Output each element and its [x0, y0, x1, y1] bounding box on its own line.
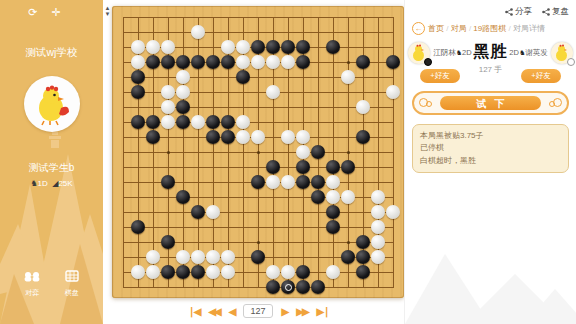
black-stone[interactable]	[176, 55, 190, 69]
black-stone[interactable]	[311, 280, 325, 294]
control-back-1[interactable]: ◀	[229, 306, 235, 317]
black-stone[interactable]	[176, 100, 190, 114]
white-stone[interactable]	[206, 250, 220, 264]
move-number-badge[interactable]: 127	[243, 304, 272, 318]
black-stone[interactable]	[146, 55, 160, 69]
board-icon	[65, 270, 79, 282]
white-stone[interactable]	[176, 85, 190, 99]
white-stone[interactable]	[191, 115, 205, 129]
chicken-illustration	[30, 82, 74, 126]
black-stone[interactable]	[176, 265, 190, 279]
black-stone[interactable]	[311, 175, 325, 189]
players-row: 江阴林♞2D +好友 黑胜 127 手 2D♞谢英发	[412, 42, 569, 83]
white-stone[interactable]	[251, 130, 265, 144]
white-stone[interactable]	[236, 130, 250, 144]
white-stone[interactable]	[131, 40, 145, 54]
white-stone[interactable]	[371, 190, 385, 204]
white-stone[interactable]	[296, 130, 310, 144]
add-friend-white-button[interactable]: +好友	[521, 69, 560, 83]
white-stone[interactable]	[131, 55, 145, 69]
white-stone[interactable]	[236, 115, 250, 129]
sidebar-item-duiyi[interactable]: 对弈	[24, 268, 40, 298]
share-button[interactable]: 分享	[505, 6, 532, 18]
splitter-grip-icon[interactable]: ▲▼	[104, 5, 111, 17]
white-stone[interactable]	[281, 265, 295, 279]
rank-value: 1D	[38, 179, 48, 188]
star-point	[347, 151, 350, 154]
share-icon	[505, 8, 513, 16]
white-stone[interactable]	[266, 175, 280, 189]
black-stone[interactable]	[296, 175, 310, 189]
star-point	[167, 151, 170, 154]
black-stone[interactable]	[161, 55, 175, 69]
black-stone[interactable]	[221, 55, 235, 69]
black-stone[interactable]	[326, 220, 340, 234]
playback-controls: ❘◀◀◀◀127▶▶▶▶❘	[112, 301, 404, 321]
black-stone[interactable]	[296, 265, 310, 279]
try-move-button[interactable]: 试下	[440, 96, 541, 110]
white-stone[interactable]	[146, 40, 160, 54]
white-stone[interactable]	[161, 115, 175, 129]
white-stone[interactable]	[206, 265, 220, 279]
student-avatar[interactable]	[24, 76, 80, 132]
white-player: 2D♞谢英发 +好友	[513, 42, 569, 83]
black-stone[interactable]	[296, 160, 310, 174]
right-mountain-artwork	[405, 234, 576, 324]
black-stone[interactable]	[281, 280, 295, 294]
black-stone[interactable]	[161, 265, 175, 279]
cloud-ornament-right	[548, 97, 562, 109]
black-stone[interactable]	[131, 115, 145, 129]
white-stone[interactable]	[281, 130, 295, 144]
black-stone[interactable]	[266, 40, 280, 54]
black-stone[interactable]	[356, 235, 370, 249]
control-back-10[interactable]: ◀◀	[208, 306, 219, 317]
move-icon[interactable]: ✛	[52, 6, 75, 18]
white-stone[interactable]	[221, 250, 235, 264]
black-stone[interactable]	[131, 220, 145, 234]
black-stone[interactable]	[206, 55, 220, 69]
white-stone[interactable]	[146, 250, 160, 264]
review-label: 复盘	[552, 6, 569, 18]
white-stone[interactable]	[371, 250, 385, 264]
breadcrumb-item[interactable]: 对局	[451, 24, 467, 33]
white-stone[interactable]	[266, 55, 280, 69]
review-share-icon	[542, 8, 550, 16]
white-player-avatar[interactable]	[551, 42, 573, 64]
breadcrumb: ← 首页 / 对局 / 19路围棋 / 对局详情	[412, 22, 569, 35]
white-stone[interactable]	[371, 235, 385, 249]
cloud-ornament-left	[419, 97, 433, 109]
white-stone-badge	[567, 58, 575, 66]
try-move-bar: 试下	[412, 91, 569, 115]
app-window: ⟳✛ 测试wj学校 测试学生b ♞1D ◢25K	[0, 0, 576, 324]
black-player: 江阴林♞2D +好友	[412, 42, 468, 83]
black-stone[interactable]	[266, 280, 280, 294]
white-stone[interactable]	[206, 205, 220, 219]
black-player-name: 江阴林♞2D	[433, 48, 471, 58]
black-stone[interactable]	[311, 190, 325, 204]
black-stone[interactable]	[161, 175, 175, 189]
black-stone[interactable]	[356, 265, 370, 279]
white-stone[interactable]	[386, 205, 400, 219]
black-stone[interactable]	[296, 40, 310, 54]
black-stone[interactable]	[191, 205, 205, 219]
black-stone[interactable]	[341, 250, 355, 264]
right-panel: 分享 复盘 ← 首页 / 对局 / 19路围棋 / 对局详情	[404, 0, 576, 324]
white-stone[interactable]	[281, 175, 295, 189]
panel-splitter[interactable]: ▲▼	[103, 0, 112, 324]
add-friend-black-button[interactable]: +好友	[420, 69, 459, 83]
white-stone[interactable]	[326, 265, 340, 279]
white-stone[interactable]	[251, 55, 265, 69]
game-info-box: 本局黑被贴3.75子已停棋白棋超时，黑胜	[412, 124, 569, 173]
black-stone[interactable]	[191, 265, 205, 279]
sidebar-item-qipan[interactable]: 棋盘	[65, 268, 79, 298]
black-stone[interactable]	[131, 85, 145, 99]
black-stone[interactable]	[176, 190, 190, 204]
go-board[interactable]	[112, 6, 404, 298]
student-rank-row: ♞1D ◢25K	[0, 179, 103, 188]
white-stone[interactable]	[161, 85, 175, 99]
black-stone[interactable]	[296, 55, 310, 69]
black-stone[interactable]	[386, 55, 400, 69]
black-stone[interactable]	[176, 115, 190, 129]
white-stone[interactable]	[221, 265, 235, 279]
white-stone[interactable]	[176, 70, 190, 84]
star-point	[257, 151, 260, 154]
star-point	[347, 61, 350, 64]
sidebar-item-label: 棋盘	[65, 288, 79, 298]
result-text: 黑胜	[468, 42, 513, 63]
star-point	[257, 241, 260, 244]
black-stone[interactable]	[326, 40, 340, 54]
review-button[interactable]: 复盘	[542, 6, 569, 18]
white-stone[interactable]	[146, 265, 160, 279]
share-row: 分享 复盘	[412, 6, 569, 18]
white-stone[interactable]	[161, 100, 175, 114]
game-result: 黑胜 127 手	[468, 42, 513, 75]
control-first[interactable]: ❘◀	[187, 306, 199, 317]
white-stone[interactable]	[191, 250, 205, 264]
breadcrumb-item: 对局详情	[513, 24, 545, 33]
white-stone[interactable]	[326, 175, 340, 189]
black-stone[interactable]	[191, 55, 205, 69]
black-stone[interactable]	[356, 130, 370, 144]
black-stone[interactable]	[356, 55, 370, 69]
black-player-avatar[interactable]	[408, 42, 430, 64]
black-stone[interactable]	[356, 250, 370, 264]
black-stone[interactable]	[236, 70, 250, 84]
control-forward-10[interactable]: ▶▶	[296, 306, 307, 317]
white-stone[interactable]	[236, 55, 250, 69]
share-label: 分享	[515, 6, 532, 18]
sidebar: ⟳✛ 测试wj学校 测试学生b ♞1D ◢25K	[0, 0, 103, 324]
white-stone[interactable]	[191, 25, 205, 39]
black-stone[interactable]	[221, 130, 235, 144]
white-stone[interactable]	[281, 55, 295, 69]
sidebar-item-label: 对弈	[24, 288, 40, 298]
black-stone[interactable]	[281, 40, 295, 54]
white-stone[interactable]	[236, 40, 250, 54]
black-stone[interactable]	[251, 175, 265, 189]
white-stone[interactable]	[326, 190, 340, 204]
black-stone[interactable]	[266, 160, 280, 174]
white-stone[interactable]	[161, 40, 175, 54]
black-stone[interactable]	[206, 130, 220, 144]
breadcrumb-item[interactable]: 首页	[428, 24, 444, 33]
breadcrumb-separator: /	[506, 24, 513, 33]
breadcrumb-separator: /	[444, 24, 451, 33]
chickens-icon	[24, 270, 40, 282]
black-stone[interactable]	[296, 280, 310, 294]
info-line: 白棋超时，黑胜	[420, 155, 561, 167]
white-stone[interactable]	[356, 100, 370, 114]
back-button[interactable]: ←	[412, 22, 425, 35]
black-stone[interactable]	[206, 115, 220, 129]
student-name: 测试学生b	[0, 161, 103, 175]
rank-icon: ♞	[30, 179, 37, 188]
score-value: 25K	[58, 179, 72, 188]
black-stone[interactable]	[341, 160, 355, 174]
white-stone[interactable]	[221, 40, 235, 54]
sidebar-nav: 对弈 棋盘	[0, 268, 103, 298]
control-forward-1[interactable]: ▶	[282, 306, 288, 317]
school-name: 测试wj学校	[0, 46, 103, 60]
breadcrumb-items: 首页 / 对局 / 19路围棋 / 对局详情	[428, 23, 545, 34]
white-stone[interactable]	[266, 85, 280, 99]
info-line: 已停棋	[420, 142, 561, 154]
black-stone[interactable]	[251, 40, 265, 54]
refresh-icon[interactable]: ⟳	[28, 6, 51, 18]
board-grid	[123, 17, 394, 288]
white-stone[interactable]	[341, 190, 355, 204]
black-stone-badge	[424, 58, 432, 66]
breadcrumb-item[interactable]: 19路围棋	[473, 24, 506, 33]
black-stone[interactable]	[146, 115, 160, 129]
white-stone[interactable]	[341, 70, 355, 84]
black-stone[interactable]	[221, 115, 235, 129]
white-player-name: 2D♞谢英发	[509, 48, 547, 58]
white-stone[interactable]	[386, 85, 400, 99]
black-stone[interactable]	[326, 160, 340, 174]
white-stone[interactable]	[371, 220, 385, 234]
move-count: 127 手	[468, 64, 513, 75]
white-stone[interactable]	[266, 265, 280, 279]
white-stone[interactable]	[371, 205, 385, 219]
white-stone[interactable]	[296, 145, 310, 159]
white-stone[interactable]	[131, 265, 145, 279]
black-stone[interactable]	[326, 205, 340, 219]
black-stone[interactable]	[146, 130, 160, 144]
black-stone[interactable]	[161, 235, 175, 249]
black-stone[interactable]	[131, 70, 145, 84]
black-stone[interactable]	[251, 250, 265, 264]
info-line: 本局黑被贴3.75子	[420, 130, 561, 142]
white-stone[interactable]	[176, 250, 190, 264]
control-last[interactable]: ▶❘	[317, 306, 329, 317]
sidebar-tools: ⟳✛	[0, 6, 103, 19]
black-stone[interactable]	[311, 145, 325, 159]
star-point	[347, 241, 350, 244]
